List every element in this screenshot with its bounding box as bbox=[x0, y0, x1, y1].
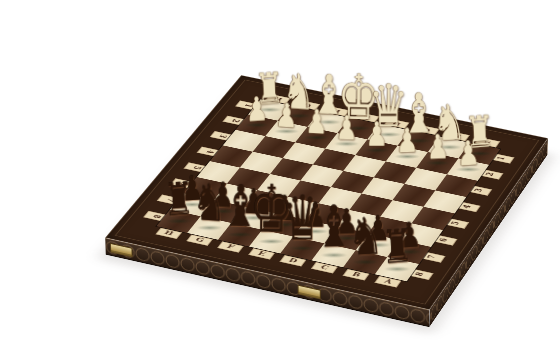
pawn-icon: ♟ bbox=[445, 134, 491, 171]
product-photo-stage: HGFEDCBA HGFEDCBA 12345678 12345678 ♜♞♝♛… bbox=[0, 0, 560, 345]
brass-clasp bbox=[110, 243, 133, 257]
chess-board: HGFEDCBA HGFEDCBA 12345678 12345678 ♜♞♝♛… bbox=[105, 75, 548, 310]
rook-icon: ♜ bbox=[373, 222, 421, 271]
scene: HGFEDCBA HGFEDCBA 12345678 12345678 ♜♞♝♛… bbox=[0, 0, 560, 345]
piece-white-pawn-a2[interactable]: ♟ bbox=[438, 135, 498, 169]
piece-black-rook-a8[interactable]: ♜ bbox=[366, 223, 428, 268]
brass-clasp bbox=[298, 284, 321, 299]
